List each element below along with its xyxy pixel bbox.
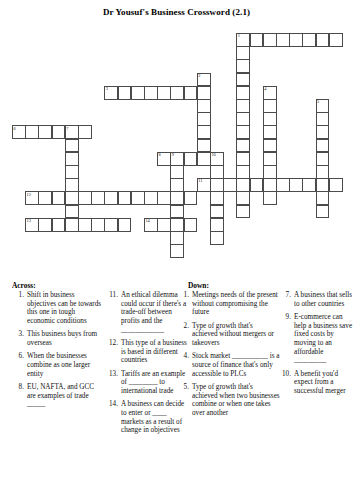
clue-across-12: 12.This type of a business is based in d… (103, 339, 191, 365)
clue-down-10: 10.A benefit you'd expect from a success… (277, 370, 353, 396)
grid-cell-r8c19[interactable] (263, 139, 277, 153)
grid-cell-r5c19[interactable] (263, 99, 277, 113)
grid-cell-r0c18[interactable] (250, 33, 264, 47)
grid-cell-r12c5[interactable] (78, 191, 92, 205)
grid-cell-r8c4[interactable] (65, 139, 79, 153)
grid-cell-r11c4[interactable] (65, 178, 79, 192)
grid-cell-r4c12[interactable] (170, 86, 184, 100)
clue-text: Type of growth that's achieved without m… (192, 322, 280, 348)
grid-cell-r4c9[interactable] (131, 86, 145, 100)
grid-cell-r0c21[interactable] (289, 33, 303, 47)
down-clues-column-2: 7.A business that sells to other countri… (277, 291, 353, 400)
grid-cell-r14c15[interactable] (210, 218, 224, 232)
grid-cell-r11c21[interactable] (289, 178, 303, 192)
grid-cell-r13c23[interactable] (316, 205, 330, 219)
grid-cell-r7c4[interactable] (65, 125, 79, 139)
grid-cell-r15c12[interactable] (170, 231, 184, 245)
clue-down-7: 7.A business that sells to other countri… (277, 291, 353, 308)
clue-number-label: 12. (103, 339, 121, 348)
grid-cell-r4c8[interactable] (118, 86, 132, 100)
grid-cell-r14c10[interactable] (144, 218, 158, 232)
clue-number-label: 9. (277, 313, 294, 322)
grid-cell-r12c11[interactable] (157, 191, 171, 205)
grid-cell-r3c17[interactable] (236, 73, 250, 87)
grid-cell-r9c11[interactable] (157, 152, 171, 166)
clue-across-13: 13.Tariffs are an example of ________ to… (103, 370, 191, 396)
clue-down-5: 5.Type of growth that's achieved when tw… (179, 383, 280, 418)
clue-text: EU, NAFTA, and GCC are examples of trade… (27, 383, 104, 409)
grid-cell-r12c4[interactable] (65, 191, 79, 205)
grid-cell-r4c13[interactable] (184, 86, 198, 100)
clue-number-label: 2. (179, 322, 192, 331)
grid-cell-r11c18[interactable] (250, 178, 264, 192)
clue-number-label: 13. (103, 370, 121, 379)
clue-across-8: 8.EU, NAFTA, and GCC are examples of tra… (12, 383, 104, 409)
grid-cell-r0c19[interactable] (263, 33, 277, 47)
grid-cell-r6c17[interactable] (236, 112, 250, 126)
grid-cell-r8c17[interactable] (236, 139, 250, 153)
clue-down-1: 1.Meetings needs of the present without … (179, 291, 280, 317)
grid-cell-r0c23[interactable] (316, 33, 330, 47)
grid-cell-r14c11[interactable] (157, 218, 171, 232)
grid-cell-r4c11[interactable] (157, 86, 171, 100)
grid-cell-r10c19[interactable] (263, 165, 277, 179)
clue-across-3: 3.This business buys from overseas (12, 330, 104, 347)
clue-text: A benefit you'd expect from a successful… (294, 370, 353, 396)
grid-cell-r12c6[interactable] (91, 191, 105, 205)
grid-cell-r7c17[interactable] (236, 125, 250, 139)
grid-cell-r12c12[interactable] (170, 191, 184, 205)
grid-cell-r14c3[interactable] (52, 218, 66, 232)
across-header: Across: (12, 281, 36, 290)
grid-cell-r7c3[interactable] (52, 125, 66, 139)
grid-cell-r5c14[interactable] (197, 99, 211, 113)
across-clues-column-2: 11.An ethical dilemma could occur if the… (103, 291, 191, 440)
grid-cell-r5c23[interactable] (316, 99, 330, 113)
grid-cell-r9c12[interactable] (170, 152, 184, 166)
grid-cell-r10c23[interactable] (316, 165, 330, 179)
clue-across-1: 1.Shift in business objectives can be to… (12, 291, 104, 326)
grid-cell-r9c14[interactable] (197, 152, 211, 166)
grid-cell-r11c15[interactable] (210, 178, 224, 192)
clue-number-label: 10. (277, 370, 294, 379)
across-clues-column-1: 1.Shift in business objectives can be to… (12, 291, 104, 413)
grid-cell-r13c15[interactable] (210, 205, 224, 219)
grid-cell-r11c24[interactable] (329, 178, 343, 192)
grid-cell-r1c17[interactable] (236, 46, 250, 60)
clue-number-label: 1. (12, 291, 27, 300)
page-title: Dr Yousuf's Business Crossword (2.1) (0, 7, 353, 17)
grid-cell-r7c2[interactable] (38, 125, 52, 139)
grid-cell-r11c23[interactable] (316, 178, 330, 192)
grid-cell-r12c17[interactable] (236, 191, 250, 205)
grid-cell-r11c17[interactable] (236, 178, 250, 192)
grid-cell-r12c9[interactable] (131, 191, 145, 205)
grid-cell-r12c10[interactable] (144, 191, 158, 205)
clue-number-label: 4. (179, 352, 192, 361)
clue-number-label: 14. (103, 400, 121, 409)
grid-cell-r6c14[interactable] (197, 112, 211, 126)
grid-cell-r14c5[interactable] (78, 218, 92, 232)
clue-text: Shift in business objectives can be towa… (27, 291, 104, 326)
grid-cell-r8c14[interactable] (197, 139, 211, 153)
down-header: Down: (188, 281, 209, 290)
grid-cell-r9c19[interactable] (263, 152, 277, 166)
grid-cell-r4c7[interactable] (104, 86, 118, 100)
grid-cell-r7c0[interactable] (12, 125, 26, 139)
grid-cell-r12c3[interactable] (52, 191, 66, 205)
grid-cell-r4c17[interactable] (236, 86, 250, 100)
grid-cell-r0c17[interactable] (236, 33, 250, 47)
grid-cell-r12c23[interactable] (316, 191, 330, 205)
grid-cell-r8c23[interactable] (316, 139, 330, 153)
clue-number-label: 1. (179, 291, 192, 300)
clue-across-14: 14.A business can decide to enter or ___… (103, 400, 191, 435)
grid-cell-r14c2[interactable] (38, 218, 52, 232)
grid-cell-r13c17[interactable] (236, 205, 250, 219)
clue-text: Meetings needs of the present without co… (192, 291, 280, 317)
clue-number-label: 7. (277, 291, 294, 300)
grid-cell-r0c22[interactable] (302, 33, 316, 47)
clue-text: E-commerce can help a business save fixe… (294, 313, 353, 365)
down-clues-column-1: 1.Meetings needs of the present without … (179, 291, 280, 422)
grid-cell-r11c20[interactable] (276, 178, 290, 192)
grid-cell-r14c7[interactable] (104, 218, 118, 232)
grid-cell-r13c12[interactable] (170, 205, 184, 219)
grid-cell-r14c6[interactable] (91, 218, 105, 232)
grid-cell-r4c19[interactable] (263, 86, 277, 100)
grid-cell-r11c16[interactable] (223, 178, 237, 192)
grid-cell-r9c17[interactable] (236, 152, 250, 166)
grid-cell-r0c20[interactable] (276, 33, 290, 47)
grid-cell-r11c14[interactable] (197, 178, 211, 192)
grid-cell-r11c22[interactable] (302, 178, 316, 192)
clue-number-label: 6. (12, 352, 27, 361)
grid-cell-r10c17[interactable] (236, 165, 250, 179)
grid-cell-r15c15[interactable] (210, 231, 224, 245)
grid-cell-r4c10[interactable] (144, 86, 158, 100)
grid-cell-r7c5[interactable] (78, 125, 92, 139)
grid-cell-r4c14[interactable] (197, 86, 211, 100)
grid-cell-r9c4[interactable] (65, 152, 79, 166)
clue-number-label: 3. (12, 330, 27, 339)
grid-cell-r14c13[interactable] (184, 218, 198, 232)
clue-text: When the businesses combine as one large… (27, 352, 104, 378)
clue-across-6: 6.When the businesses combine as one lar… (12, 352, 104, 378)
grid-cell-r6c19[interactable] (263, 112, 277, 126)
clue-text: Type of growth that's achieved when two … (192, 383, 280, 418)
grid-cell-r11c12[interactable] (170, 178, 184, 192)
grid-cell-r13c4[interactable] (65, 205, 79, 219)
grid-cell-r12c8[interactable] (118, 191, 132, 205)
grid-cell-r12c7[interactable] (104, 191, 118, 205)
grid-cell-r10c15[interactable] (210, 165, 224, 179)
grid-cell-r14c12[interactable] (170, 218, 184, 232)
grid-cell-r10c12[interactable] (170, 165, 184, 179)
clue-number-label: 5. (179, 383, 192, 392)
grid-cell-r0c24[interactable] (329, 33, 343, 47)
clue-text: A business that sells to other countries (294, 291, 353, 308)
clue-down-2: 2.Type of growth that's achieved without… (179, 322, 280, 348)
grid-cell-r9c23[interactable] (316, 152, 330, 166)
grid-cell-r3c14[interactable] (197, 73, 211, 87)
grid-cell-r2c17[interactable] (236, 59, 250, 73)
grid-cell-r12c13[interactable] (184, 191, 198, 205)
grid-cell-r7c1[interactable] (25, 125, 39, 139)
clue-down-9: 9.E-commerce can help a business save fi… (277, 313, 353, 365)
grid-cell-r12c2[interactable] (38, 191, 52, 205)
grid-cell-r14c8[interactable] (118, 218, 132, 232)
grid-cell-r16c12[interactable] (170, 244, 184, 258)
grid-cell-r5c17[interactable] (236, 99, 250, 113)
clue-text: Stock market __________ is a source of f… (192, 352, 280, 378)
clue-across-11: 11.An ethical dilemma could occur if the… (103, 291, 191, 335)
clue-down-4: 4.Stock market __________ is a source of… (179, 352, 280, 378)
clue-number-label: 8. (12, 383, 27, 392)
grid-cell-r10c4[interactable] (65, 165, 79, 179)
grid-cell-r14c4[interactable] (65, 218, 79, 232)
clue-number-label: 11. (103, 291, 121, 300)
grid-cell-r12c1[interactable] (25, 191, 39, 205)
grid-cell-r9c15[interactable] (210, 152, 224, 166)
grid-cell-r6c23[interactable] (316, 112, 330, 126)
grid-cell-r7c23[interactable] (316, 125, 330, 139)
worksheet-page: Dr Yousuf's Business Crossword (2.1) 123… (0, 0, 353, 500)
grid-cell-r11c19[interactable] (263, 178, 277, 192)
grid-cell-r12c15[interactable] (210, 191, 224, 205)
grid-cell-r14c1[interactable] (25, 218, 39, 232)
grid-cell-r7c19[interactable] (263, 125, 277, 139)
grid-cell-r7c14[interactable] (197, 125, 211, 139)
grid-cell-r12c19[interactable] (263, 191, 277, 205)
clue-text: This business buys from overseas (27, 330, 104, 347)
grid-cell-r9c13[interactable] (184, 152, 198, 166)
